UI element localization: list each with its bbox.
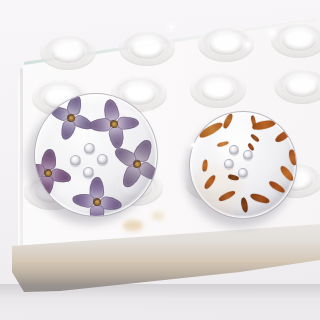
button-hole [229,145,239,155]
mold-cavity-dimple [285,76,319,97]
mold-cavity-dimple [130,38,164,59]
resin-button-lilac [34,93,158,217]
dried-petal-fragment [279,164,296,182]
button-hole [238,168,248,178]
mold-cast-shadow [0,284,320,320]
button-hole [243,150,253,160]
specular-highlight [73,42,78,47]
mold-cavity-dimple [51,42,85,63]
mold-cavity [119,30,175,66]
flower-center-dot [95,200,100,205]
dried-petal-fragment [240,197,249,213]
dried-petal-fragment [268,180,286,195]
mold-cavity [271,22,320,58]
specular-highlight [269,30,275,36]
resin-smudge [152,212,164,220]
specular-highlight [191,143,195,147]
specular-highlight [146,112,150,116]
mold-cavity-dimple [282,30,316,51]
specular-highlight [169,25,173,29]
button-hole [83,167,94,178]
mold-cavity-dimple [201,80,235,101]
button-hole [70,155,81,166]
mold-cavity-dimple [209,34,243,55]
mold-cavity [40,34,96,70]
button-hole [84,143,95,154]
button-hole [224,159,234,169]
mold-left-edge [20,68,23,248]
button-hole [97,154,108,165]
photo-stage [0,0,320,320]
specular-highlight [245,42,250,47]
resin-smudge [123,220,143,231]
flower-center-dot [46,171,51,176]
dried-petal-fragment [249,192,270,205]
flower-center-dot [135,162,140,167]
resin-button-amber [189,111,297,219]
flower-center-dot [112,122,117,127]
flower-center-dot [69,116,74,121]
flower-petal [89,117,112,133]
mold-cavity [190,72,246,108]
flower-petal [58,119,76,142]
